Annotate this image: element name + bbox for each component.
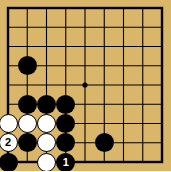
intersection-d7[interactable] [56,37,75,56]
black-stone [56,133,75,152]
move-number-label: 2 [5,137,11,148]
intersection-h4[interactable] [133,95,152,114]
intersection-f5[interactable] [95,75,114,94]
black-stone [18,56,37,75]
intersection-d9[interactable] [56,0,75,18]
intersection-b2[interactable] [18,133,37,152]
black-stone [0,153,18,172]
intersection-g4[interactable] [114,95,133,114]
black-stone [56,95,75,114]
intersection-j2[interactable] [152,133,171,152]
black-stone [56,114,75,133]
intersection-j8[interactable] [152,18,171,37]
intersection-h5[interactable] [133,75,152,94]
intersection-g9[interactable] [114,0,133,18]
intersection-c5[interactable] [37,75,56,94]
intersection-j5[interactable] [152,75,171,94]
white-stone [18,114,37,133]
black-stone-move-1: 1 [56,153,75,172]
intersection-b8[interactable] [18,18,37,37]
intersection-h8[interactable] [133,18,152,37]
black-stone [18,95,37,114]
intersection-c4[interactable] [37,95,56,114]
intersection-e6[interactable] [75,56,94,75]
intersection-d4[interactable] [56,95,75,114]
intersection-a3[interactable] [0,114,18,133]
intersection-b1[interactable] [18,152,37,171]
intersection-d5[interactable] [56,75,75,94]
white-stone-move-2: 2 [0,133,18,152]
intersection-h9[interactable] [133,0,152,18]
black-stone [95,133,114,152]
intersection-h1[interactable] [133,152,152,171]
intersection-a6[interactable] [0,56,18,75]
intersection-g3[interactable] [114,114,133,133]
intersection-b4[interactable] [18,95,37,114]
intersection-g2[interactable] [114,133,133,152]
intersection-f2[interactable] [95,133,114,152]
intersection-a4[interactable] [0,95,18,114]
intersection-f1[interactable] [95,152,114,171]
intersection-f9[interactable] [95,0,114,18]
intersection-a8[interactable] [0,18,18,37]
intersection-g1[interactable] [114,152,133,171]
intersection-f6[interactable] [95,56,114,75]
intersection-a1[interactable] [0,152,18,171]
intersection-c8[interactable] [37,18,56,37]
intersection-j1[interactable] [152,152,171,171]
intersection-j3[interactable] [152,114,171,133]
intersection-g8[interactable] [114,18,133,37]
intersection-h7[interactable] [133,37,152,56]
intersection-j6[interactable] [152,56,171,75]
intersection-e1[interactable] [75,152,94,171]
intersection-g5[interactable] [114,75,133,94]
intersection-d1[interactable]: 1 [56,152,75,171]
intersection-e7[interactable] [75,37,94,56]
intersection-g6[interactable] [114,56,133,75]
intersection-c7[interactable] [37,37,56,56]
white-stone [37,133,56,152]
intersection-e2[interactable] [75,133,94,152]
intersection-e4[interactable] [75,95,94,114]
board-grid: 21 [0,0,171,171]
intersection-d8[interactable] [56,18,75,37]
black-stone [18,133,37,152]
intersection-f3[interactable] [95,114,114,133]
intersection-c3[interactable] [37,114,56,133]
black-stone [37,95,56,114]
intersection-h3[interactable] [133,114,152,133]
white-stone [37,153,56,172]
intersection-b3[interactable] [18,114,37,133]
intersection-d6[interactable] [56,56,75,75]
move-number-label: 1 [63,157,69,168]
intersection-a9[interactable] [0,0,18,18]
intersection-f8[interactable] [95,18,114,37]
intersection-b5[interactable] [18,75,37,94]
intersection-f4[interactable] [95,95,114,114]
intersection-a5[interactable] [0,75,18,94]
intersection-e9[interactable] [75,0,94,18]
intersection-c2[interactable] [37,133,56,152]
intersection-b7[interactable] [18,37,37,56]
intersection-e3[interactable] [75,114,94,133]
intersection-c6[interactable] [37,56,56,75]
intersection-j7[interactable] [152,37,171,56]
intersection-b6[interactable] [18,56,37,75]
intersection-j9[interactable] [152,0,171,18]
intersection-d2[interactable] [56,133,75,152]
intersection-h2[interactable] [133,133,152,152]
intersection-a2[interactable]: 2 [0,133,18,152]
intersection-j4[interactable] [152,95,171,114]
intersection-e5[interactable] [75,75,94,94]
intersection-g7[interactable] [114,37,133,56]
white-stone [0,114,18,133]
intersection-f7[interactable] [95,37,114,56]
intersection-d3[interactable] [56,114,75,133]
intersection-e8[interactable] [75,18,94,37]
intersection-a7[interactable] [0,37,18,56]
intersection-c9[interactable] [37,0,56,18]
intersection-c1[interactable] [37,152,56,171]
white-stone [37,114,56,133]
intersection-b9[interactable] [18,0,37,18]
go-board: 21 [0,0,171,171]
intersection-h6[interactable] [133,56,152,75]
